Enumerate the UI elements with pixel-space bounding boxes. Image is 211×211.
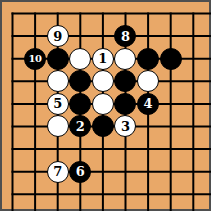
stone-black-2: 2 [69, 115, 91, 137]
stone-black [47, 48, 69, 70]
stone-white [92, 93, 114, 115]
stone-black [92, 115, 114, 137]
stone-black-6: 6 [69, 161, 91, 183]
stone-black [114, 70, 136, 92]
stone-white-9: 9 [47, 25, 69, 47]
stone-white [92, 70, 114, 92]
stone-white-1: 1 [92, 48, 114, 70]
stone-white-3: 3 [114, 115, 136, 137]
go-board-diagram: 98101542376 [0, 0, 211, 211]
stone-black [160, 48, 182, 70]
stone-white [47, 70, 69, 92]
stone-black [137, 48, 159, 70]
stone-white [69, 48, 91, 70]
stone-white-5: 5 [47, 93, 69, 115]
stone-white [47, 115, 69, 137]
stone-black-4: 4 [137, 93, 159, 115]
stone-black [114, 93, 136, 115]
stone-black [69, 70, 91, 92]
board-grid: 98101542376 [1, 2, 204, 205]
stone-white [137, 70, 159, 92]
stone-black-10: 10 [24, 48, 46, 70]
stone-white-7: 7 [47, 161, 69, 183]
stone-black-8: 8 [114, 25, 136, 47]
stone-white [114, 48, 136, 70]
stone-black [69, 93, 91, 115]
